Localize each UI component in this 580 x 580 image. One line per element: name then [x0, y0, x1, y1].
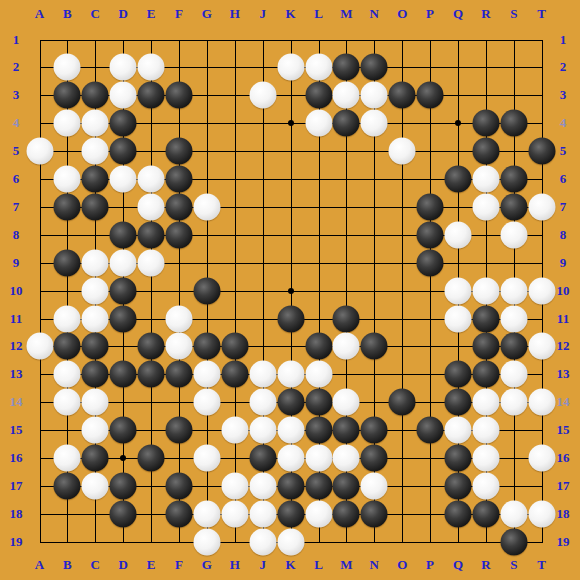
col-label-top-C: C [91, 6, 100, 22]
stone-black-L3[interactable] [305, 82, 332, 109]
stone-white-D9[interactable] [110, 249, 137, 276]
col-label-bottom-H: H [230, 557, 240, 573]
stone-black-D13[interactable] [110, 361, 137, 388]
row-label-left-1: 1 [13, 32, 20, 48]
stone-white-C11[interactable] [82, 305, 109, 332]
row-label-right-8: 8 [560, 227, 567, 243]
stone-white-B14[interactable] [54, 389, 81, 416]
col-label-bottom-P: P [426, 557, 434, 573]
row-label-right-2: 2 [560, 59, 567, 75]
stone-white-G18[interactable] [193, 500, 220, 527]
stone-black-F3[interactable] [166, 82, 193, 109]
col-label-top-H: H [230, 6, 240, 22]
stone-black-J16[interactable] [249, 445, 276, 472]
row-label-right-4: 4 [560, 115, 567, 131]
stone-white-B16[interactable] [54, 445, 81, 472]
stone-black-B3[interactable] [54, 82, 81, 109]
stone-white-K15[interactable] [277, 417, 304, 444]
stone-white-A5[interactable] [26, 138, 53, 165]
stone-white-M3[interactable] [333, 82, 360, 109]
stone-black-E8[interactable] [138, 221, 165, 248]
stone-black-N16[interactable] [361, 445, 388, 472]
stone-black-L12[interactable] [305, 333, 332, 360]
stone-white-J18[interactable] [249, 500, 276, 527]
stone-black-E16[interactable] [138, 445, 165, 472]
stone-black-S12[interactable] [500, 333, 527, 360]
stone-black-D10[interactable] [110, 277, 137, 304]
stone-black-M11[interactable] [333, 305, 360, 332]
stone-black-N12[interactable] [361, 333, 388, 360]
stone-black-T5[interactable] [528, 138, 555, 165]
stone-black-P7[interactable] [417, 193, 444, 220]
stone-black-S4[interactable] [500, 110, 527, 137]
row-label-left-12: 12 [10, 338, 23, 354]
stone-white-R7[interactable] [472, 193, 499, 220]
col-label-top-T: T [537, 6, 546, 22]
stone-white-J19[interactable] [249, 528, 276, 555]
stone-black-K11[interactable] [277, 305, 304, 332]
col-label-bottom-T: T [537, 557, 546, 573]
stone-white-L4[interactable] [305, 110, 332, 137]
col-label-bottom-N: N [370, 557, 379, 573]
col-label-top-B: B [63, 6, 72, 22]
stone-black-D4[interactable] [110, 110, 137, 137]
row-label-right-18: 18 [557, 506, 570, 522]
stone-white-H18[interactable] [221, 500, 248, 527]
stone-white-R16[interactable] [472, 445, 499, 472]
row-label-left-11: 11 [10, 311, 22, 327]
stone-black-M17[interactable] [333, 472, 360, 499]
stone-black-H13[interactable] [221, 361, 248, 388]
col-label-top-F: F [175, 6, 183, 22]
stone-white-C10[interactable] [82, 277, 109, 304]
row-label-right-15: 15 [557, 422, 570, 438]
stone-white-T16[interactable] [528, 445, 555, 472]
stone-white-L2[interactable] [305, 54, 332, 81]
stone-white-N4[interactable] [361, 110, 388, 137]
row-label-left-14: 14 [10, 394, 23, 410]
stone-white-R15[interactable] [472, 417, 499, 444]
stone-white-R10[interactable] [472, 277, 499, 304]
stone-white-R6[interactable] [472, 166, 499, 193]
go-board[interactable]: AABBCCDDEEFFGGHHJJKKLLMMNNOOPPQQRRSSTT11… [0, 0, 580, 580]
row-label-right-10: 10 [557, 283, 570, 299]
stone-black-S6[interactable] [500, 166, 527, 193]
col-label-bottom-B: B [63, 557, 72, 573]
stone-white-F12[interactable] [166, 333, 193, 360]
stone-white-K13[interactable] [277, 361, 304, 388]
col-label-top-M: M [340, 6, 352, 22]
stone-black-N15[interactable] [361, 417, 388, 444]
col-label-top-L: L [314, 6, 323, 22]
row-label-right-16: 16 [557, 450, 570, 466]
col-label-top-A: A [35, 6, 44, 22]
stone-black-O14[interactable] [389, 389, 416, 416]
stone-white-J15[interactable] [249, 417, 276, 444]
stone-white-S14[interactable] [500, 389, 527, 416]
stone-black-Q13[interactable] [445, 361, 472, 388]
stone-black-F5[interactable] [166, 138, 193, 165]
row-label-left-10: 10 [10, 283, 23, 299]
star-point-K10 [288, 288, 294, 294]
row-label-left-18: 18 [10, 506, 23, 522]
stone-white-Q11[interactable] [445, 305, 472, 332]
col-label-bottom-Q: Q [453, 557, 463, 573]
stone-black-Q6[interactable] [445, 166, 472, 193]
stone-black-D11[interactable] [110, 305, 137, 332]
stone-white-S8[interactable] [500, 221, 527, 248]
grid-line-vertical [402, 40, 403, 543]
stone-white-H17[interactable] [221, 472, 248, 499]
stone-black-B9[interactable] [54, 249, 81, 276]
row-label-left-2: 2 [13, 59, 20, 75]
stone-white-B13[interactable] [54, 361, 81, 388]
row-label-left-9: 9 [13, 255, 20, 271]
stone-black-M15[interactable] [333, 417, 360, 444]
stone-black-C3[interactable] [82, 82, 109, 109]
stone-black-R4[interactable] [472, 110, 499, 137]
col-label-bottom-M: M [340, 557, 352, 573]
stone-black-M2[interactable] [333, 54, 360, 81]
stone-black-F15[interactable] [166, 417, 193, 444]
stone-black-N18[interactable] [361, 500, 388, 527]
stone-black-F7[interactable] [166, 193, 193, 220]
stone-white-L18[interactable] [305, 500, 332, 527]
stone-black-Q14[interactable] [445, 389, 472, 416]
stone-white-C17[interactable] [82, 472, 109, 499]
stone-black-R18[interactable] [472, 500, 499, 527]
row-label-right-1: 1 [560, 32, 567, 48]
stone-black-C6[interactable] [82, 166, 109, 193]
stone-white-S10[interactable] [500, 277, 527, 304]
stone-white-L16[interactable] [305, 445, 332, 472]
stone-black-C13[interactable] [82, 361, 109, 388]
row-label-right-19: 19 [557, 534, 570, 550]
stone-white-C14[interactable] [82, 389, 109, 416]
row-label-left-17: 17 [10, 478, 23, 494]
stone-white-S18[interactable] [500, 500, 527, 527]
row-label-left-6: 6 [13, 171, 20, 187]
stone-black-K17[interactable] [277, 472, 304, 499]
stone-black-C12[interactable] [82, 333, 109, 360]
stone-white-M14[interactable] [333, 389, 360, 416]
row-label-left-4: 4 [13, 115, 20, 131]
col-label-bottom-J: J [259, 557, 266, 573]
row-label-left-19: 19 [10, 534, 23, 550]
col-label-bottom-G: G [202, 557, 212, 573]
stone-white-D3[interactable] [110, 82, 137, 109]
col-label-bottom-R: R [481, 557, 490, 573]
col-label-bottom-C: C [91, 557, 100, 573]
stone-white-K2[interactable] [277, 54, 304, 81]
stone-black-R5[interactable] [472, 138, 499, 165]
stone-black-Q16[interactable] [445, 445, 472, 472]
row-label-left-5: 5 [13, 143, 20, 159]
stone-white-Q15[interactable] [445, 417, 472, 444]
stone-black-S19[interactable] [500, 528, 527, 555]
col-label-top-Q: Q [453, 6, 463, 22]
stone-white-R14[interactable] [472, 389, 499, 416]
stone-black-D15[interactable] [110, 417, 137, 444]
stone-white-S11[interactable] [500, 305, 527, 332]
stone-black-P3[interactable] [417, 82, 444, 109]
col-label-bottom-L: L [314, 557, 323, 573]
stone-black-R13[interactable] [472, 361, 499, 388]
row-label-right-11: 11 [557, 311, 569, 327]
stone-black-E12[interactable] [138, 333, 165, 360]
col-label-bottom-F: F [175, 557, 183, 573]
row-label-right-14: 14 [557, 394, 570, 410]
stone-black-P8[interactable] [417, 221, 444, 248]
col-label-bottom-K: K [286, 557, 296, 573]
stone-black-D18[interactable] [110, 500, 137, 527]
star-point-Q4 [455, 120, 461, 126]
stone-white-F11[interactable] [166, 305, 193, 332]
stone-white-J13[interactable] [249, 361, 276, 388]
stone-black-Q17[interactable] [445, 472, 472, 499]
stone-white-C4[interactable] [82, 110, 109, 137]
stone-black-F18[interactable] [166, 500, 193, 527]
stone-white-K19[interactable] [277, 528, 304, 555]
stone-black-C16[interactable] [82, 445, 109, 472]
col-label-top-E: E [147, 6, 156, 22]
stone-black-P9[interactable] [417, 249, 444, 276]
col-label-bottom-O: O [397, 557, 407, 573]
stone-white-B11[interactable] [54, 305, 81, 332]
stone-white-K16[interactable] [277, 445, 304, 472]
grid-line-horizontal [40, 346, 543, 347]
stone-black-P15[interactable] [417, 417, 444, 444]
stone-white-H15[interactable] [221, 417, 248, 444]
stone-black-L14[interactable] [305, 389, 332, 416]
stone-black-K14[interactable] [277, 389, 304, 416]
stone-black-D8[interactable] [110, 221, 137, 248]
stone-white-T18[interactable] [528, 500, 555, 527]
stone-black-F6[interactable] [166, 166, 193, 193]
stone-white-C15[interactable] [82, 417, 109, 444]
stone-black-F17[interactable] [166, 472, 193, 499]
stone-white-T14[interactable] [528, 389, 555, 416]
row-label-right-9: 9 [560, 255, 567, 271]
stone-black-M4[interactable] [333, 110, 360, 137]
stone-white-G16[interactable] [193, 445, 220, 472]
stone-black-Q18[interactable] [445, 500, 472, 527]
grid-line-vertical [430, 40, 431, 543]
stone-white-M12[interactable] [333, 333, 360, 360]
stone-black-B17[interactable] [54, 472, 81, 499]
col-label-top-D: D [118, 6, 127, 22]
row-label-left-7: 7 [13, 199, 20, 215]
stone-white-J3[interactable] [249, 82, 276, 109]
stone-white-R17[interactable] [472, 472, 499, 499]
stone-black-E3[interactable] [138, 82, 165, 109]
stone-white-E9[interactable] [138, 249, 165, 276]
stone-white-B2[interactable] [54, 54, 81, 81]
row-label-right-7: 7 [560, 199, 567, 215]
row-label-left-15: 15 [10, 422, 23, 438]
stone-white-T7[interactable] [528, 193, 555, 220]
stone-white-C5[interactable] [82, 138, 109, 165]
col-label-top-R: R [481, 6, 490, 22]
col-label-bottom-A: A [35, 557, 44, 573]
col-label-top-S: S [510, 6, 517, 22]
stone-white-J14[interactable] [249, 389, 276, 416]
stone-white-E7[interactable] [138, 193, 165, 220]
star-point-K4 [288, 120, 294, 126]
stone-black-G10[interactable] [193, 277, 220, 304]
stone-white-E2[interactable] [138, 54, 165, 81]
stone-white-N17[interactable] [361, 472, 388, 499]
stone-white-T10[interactable] [528, 277, 555, 304]
stone-black-R11[interactable] [472, 305, 499, 332]
stone-black-M18[interactable] [333, 500, 360, 527]
stone-white-N3[interactable] [361, 82, 388, 109]
stone-white-A12[interactable] [26, 333, 53, 360]
stone-black-R12[interactable] [472, 333, 499, 360]
row-label-right-13: 13 [557, 366, 570, 382]
col-label-top-N: N [370, 6, 379, 22]
row-label-left-3: 3 [13, 87, 20, 103]
stone-white-Q10[interactable] [445, 277, 472, 304]
row-label-left-8: 8 [13, 227, 20, 243]
col-label-top-K: K [286, 6, 296, 22]
stone-white-G13[interactable] [193, 361, 220, 388]
stone-white-G14[interactable] [193, 389, 220, 416]
stone-black-O3[interactable] [389, 82, 416, 109]
stone-white-B6[interactable] [54, 166, 81, 193]
row-label-right-12: 12 [557, 338, 570, 354]
col-label-bottom-D: D [118, 557, 127, 573]
row-label-right-17: 17 [557, 478, 570, 494]
row-label-right-3: 3 [560, 87, 567, 103]
stone-white-G7[interactable] [193, 193, 220, 220]
stone-black-L15[interactable] [305, 417, 332, 444]
row-label-right-6: 6 [560, 171, 567, 187]
stone-black-N2[interactable] [361, 54, 388, 81]
star-point-D16 [120, 455, 126, 461]
stone-black-D5[interactable] [110, 138, 137, 165]
stone-black-E13[interactable] [138, 361, 165, 388]
stone-black-S7[interactable] [500, 193, 527, 220]
stone-white-D2[interactable] [110, 54, 137, 81]
stone-white-Q8[interactable] [445, 221, 472, 248]
stone-white-G19[interactable] [193, 528, 220, 555]
stone-white-J17[interactable] [249, 472, 276, 499]
stone-black-F8[interactable] [166, 221, 193, 248]
row-label-left-13: 13 [10, 366, 23, 382]
stone-white-D6[interactable] [110, 166, 137, 193]
row-label-right-5: 5 [560, 143, 567, 159]
stone-black-B7[interactable] [54, 193, 81, 220]
col-label-top-J: J [259, 6, 266, 22]
stone-white-T12[interactable] [528, 333, 555, 360]
stone-white-M16[interactable] [333, 445, 360, 472]
col-label-bottom-E: E [147, 557, 156, 573]
stone-black-D17[interactable] [110, 472, 137, 499]
row-label-left-16: 16 [10, 450, 23, 466]
stone-white-B4[interactable] [54, 110, 81, 137]
col-label-top-P: P [426, 6, 434, 22]
stone-black-L17[interactable] [305, 472, 332, 499]
stone-black-B12[interactable] [54, 333, 81, 360]
stone-white-E6[interactable] [138, 166, 165, 193]
stone-black-C7[interactable] [82, 193, 109, 220]
stone-black-G12[interactable] [193, 333, 220, 360]
col-label-top-G: G [202, 6, 212, 22]
stone-white-C9[interactable] [82, 249, 109, 276]
stone-white-S13[interactable] [500, 361, 527, 388]
col-label-top-O: O [397, 6, 407, 22]
stone-black-F13[interactable] [166, 361, 193, 388]
stone-white-L13[interactable] [305, 361, 332, 388]
col-label-bottom-S: S [510, 557, 517, 573]
stone-white-O5[interactable] [389, 138, 416, 165]
stone-black-H12[interactable] [221, 333, 248, 360]
stone-black-K18[interactable] [277, 500, 304, 527]
